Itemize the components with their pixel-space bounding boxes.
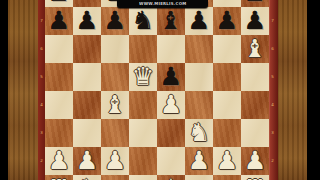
website-banner: WWW.MIERLIS.COM bbox=[117, 0, 208, 8]
square-c2[interactable]: ♟ bbox=[101, 147, 129, 175]
white-rook[interactable]: ♜ bbox=[244, 175, 266, 180]
white-pawn[interactable]: ♟ bbox=[104, 147, 126, 175]
rank-label-3-left: 3 bbox=[40, 131, 44, 135]
square-g2[interactable]: ♟ bbox=[213, 147, 241, 175]
square-b7[interactable]: ♟ bbox=[73, 7, 101, 35]
square-f4[interactable] bbox=[185, 91, 213, 119]
white-pawn[interactable]: ♟ bbox=[244, 147, 266, 175]
white-pawn[interactable]: ♟ bbox=[216, 147, 238, 175]
black-pawn[interactable]: ♟ bbox=[160, 63, 182, 91]
black-pawn[interactable]: ♟ bbox=[244, 7, 266, 35]
board-frame-right bbox=[269, 0, 278, 180]
rank-label-5-right: 5 bbox=[271, 75, 275, 79]
square-g7[interactable]: ♟ bbox=[213, 7, 241, 35]
square-d5[interactable]: ♛ bbox=[129, 63, 157, 91]
rank-label-2-left: 2 bbox=[40, 159, 44, 163]
rank-label-4-right: 4 bbox=[271, 103, 275, 107]
square-h5[interactable] bbox=[241, 63, 269, 91]
square-a7[interactable]: ♟ bbox=[45, 7, 73, 35]
square-a4[interactable] bbox=[45, 91, 73, 119]
table-wood-right bbox=[277, 0, 307, 180]
square-h3[interactable] bbox=[241, 119, 269, 147]
square-g6[interactable] bbox=[213, 35, 241, 63]
black-knight[interactable]: ♞ bbox=[132, 7, 154, 35]
square-b1[interactable]: ♞ bbox=[73, 175, 101, 180]
square-e6[interactable] bbox=[157, 35, 185, 63]
square-b3[interactable] bbox=[73, 119, 101, 147]
square-c3[interactable] bbox=[101, 119, 129, 147]
square-b2[interactable]: ♟ bbox=[73, 147, 101, 175]
square-h2[interactable]: ♟ bbox=[241, 147, 269, 175]
white-pawn[interactable]: ♟ bbox=[76, 147, 98, 175]
square-d3[interactable] bbox=[129, 119, 157, 147]
white-queen[interactable]: ♛ bbox=[132, 63, 154, 91]
square-d7[interactable]: ♞ bbox=[129, 7, 157, 35]
square-b6[interactable] bbox=[73, 35, 101, 63]
white-rook[interactable]: ♜ bbox=[48, 175, 70, 180]
square-g5[interactable] bbox=[213, 63, 241, 91]
square-d2[interactable] bbox=[129, 147, 157, 175]
square-e4[interactable]: ♟ bbox=[157, 91, 185, 119]
white-bishop[interactable]: ♝ bbox=[104, 91, 126, 119]
black-bishop[interactable]: ♝ bbox=[160, 7, 182, 35]
table-wood-left bbox=[8, 0, 38, 180]
white-pawn[interactable]: ♟ bbox=[160, 91, 182, 119]
white-knight[interactable]: ♞ bbox=[76, 175, 98, 180]
square-e5[interactable]: ♟ bbox=[157, 63, 185, 91]
black-pawn[interactable]: ♟ bbox=[216, 7, 238, 35]
square-f2[interactable]: ♟ bbox=[185, 147, 213, 175]
chess-board[interactable]: ♜♝♛♚♜♟♟♟♞♝♟♟♟♝♛♟♝♟♞♟♟♟♟♟♟♜♞♚♜ bbox=[45, 0, 269, 180]
square-c5[interactable] bbox=[101, 63, 129, 91]
white-pawn[interactable]: ♟ bbox=[188, 147, 210, 175]
square-f5[interactable] bbox=[185, 63, 213, 91]
rank-label-6-left: 6 bbox=[40, 47, 44, 51]
rank-label-2-right: 2 bbox=[271, 159, 275, 163]
square-e3[interactable] bbox=[157, 119, 185, 147]
rank-label-7-left: 7 bbox=[40, 19, 44, 23]
black-pawn[interactable]: ♟ bbox=[188, 7, 210, 35]
square-g1[interactable] bbox=[213, 175, 241, 180]
square-a5[interactable] bbox=[45, 63, 73, 91]
square-f3[interactable]: ♞ bbox=[185, 119, 213, 147]
banner-url-text: WWW.MIERLIS.COM bbox=[139, 2, 186, 6]
square-h4[interactable] bbox=[241, 91, 269, 119]
black-pawn[interactable]: ♟ bbox=[76, 7, 98, 35]
square-a3[interactable] bbox=[45, 119, 73, 147]
square-f7[interactable]: ♟ bbox=[185, 7, 213, 35]
square-c4[interactable]: ♝ bbox=[101, 91, 129, 119]
square-b4[interactable] bbox=[73, 91, 101, 119]
square-c7[interactable]: ♟ bbox=[101, 7, 129, 35]
white-king[interactable]: ♚ bbox=[160, 175, 182, 180]
square-c1[interactable] bbox=[101, 175, 129, 180]
rank-label-6-right: 6 bbox=[271, 47, 275, 51]
square-e1[interactable]: ♚ bbox=[157, 175, 185, 180]
black-pawn[interactable]: ♟ bbox=[48, 7, 70, 35]
square-b5[interactable] bbox=[73, 63, 101, 91]
square-h1[interactable]: ♜ bbox=[241, 175, 269, 180]
square-a6[interactable] bbox=[45, 35, 73, 63]
black-pawn[interactable]: ♟ bbox=[104, 7, 126, 35]
square-a1[interactable]: ♜ bbox=[45, 175, 73, 180]
square-d1[interactable] bbox=[129, 175, 157, 180]
rank-label-7-right: 7 bbox=[271, 19, 275, 23]
square-h7[interactable]: ♟ bbox=[241, 7, 269, 35]
white-pawn[interactable]: ♟ bbox=[48, 147, 70, 175]
video-frame: ♜♝♛♚♜♟♟♟♞♝♟♟♟♝♛♟♝♟♞♟♟♟♟♟♟♜♞♚♜ WWW.MIERLI… bbox=[0, 0, 320, 180]
square-e7[interactable]: ♝ bbox=[157, 7, 185, 35]
square-a2[interactable]: ♟ bbox=[45, 147, 73, 175]
rank-label-3-right: 3 bbox=[271, 131, 275, 135]
board-frame-left bbox=[38, 0, 45, 180]
square-f6[interactable] bbox=[185, 35, 213, 63]
rank-label-5-left: 5 bbox=[40, 75, 44, 79]
square-g3[interactable] bbox=[213, 119, 241, 147]
square-f1[interactable] bbox=[185, 175, 213, 180]
rank-label-4-left: 4 bbox=[40, 103, 44, 107]
square-c6[interactable] bbox=[101, 35, 129, 63]
square-h6[interactable]: ♝ bbox=[241, 35, 269, 63]
white-bishop[interactable]: ♝ bbox=[244, 35, 266, 63]
square-d6[interactable] bbox=[129, 35, 157, 63]
square-e2[interactable] bbox=[157, 147, 185, 175]
white-knight[interactable]: ♞ bbox=[188, 119, 210, 147]
square-g4[interactable] bbox=[213, 91, 241, 119]
square-d4[interactable] bbox=[129, 91, 157, 119]
